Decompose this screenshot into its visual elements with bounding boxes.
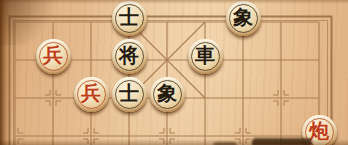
piece-character: 炮: [309, 121, 329, 141]
piece-black-elephant[interactable]: 象: [150, 77, 185, 112]
xiangqi-board[interactable]: 士象兵将車兵士象炮: [0, 0, 348, 145]
piece-character: 士: [119, 7, 139, 27]
piece-black-advisor[interactable]: 士: [112, 1, 147, 36]
corner-shadow: [0, 0, 70, 45]
piece-character: 士: [119, 83, 139, 103]
board-edge-shadow: [0, 0, 10, 145]
board-edge-shadow: [0, 0, 348, 4]
board-edge-shadow: [0, 139, 348, 145]
piece-red-soldier[interactable]: 兵: [74, 77, 109, 112]
piece-black-elephant[interactable]: 象: [226, 1, 261, 36]
piece-black-advisor[interactable]: 士: [112, 77, 147, 112]
piece-character: 将: [119, 45, 139, 65]
piece-character: 象: [233, 7, 253, 27]
piece-black-chariot[interactable]: 車: [188, 39, 223, 74]
piece-character: 車: [195, 45, 215, 65]
piece-character: 兵: [43, 45, 63, 65]
piece-character: 兵: [81, 83, 101, 103]
piece-character: 象: [157, 83, 177, 103]
piece-black-general[interactable]: 将: [112, 39, 147, 74]
